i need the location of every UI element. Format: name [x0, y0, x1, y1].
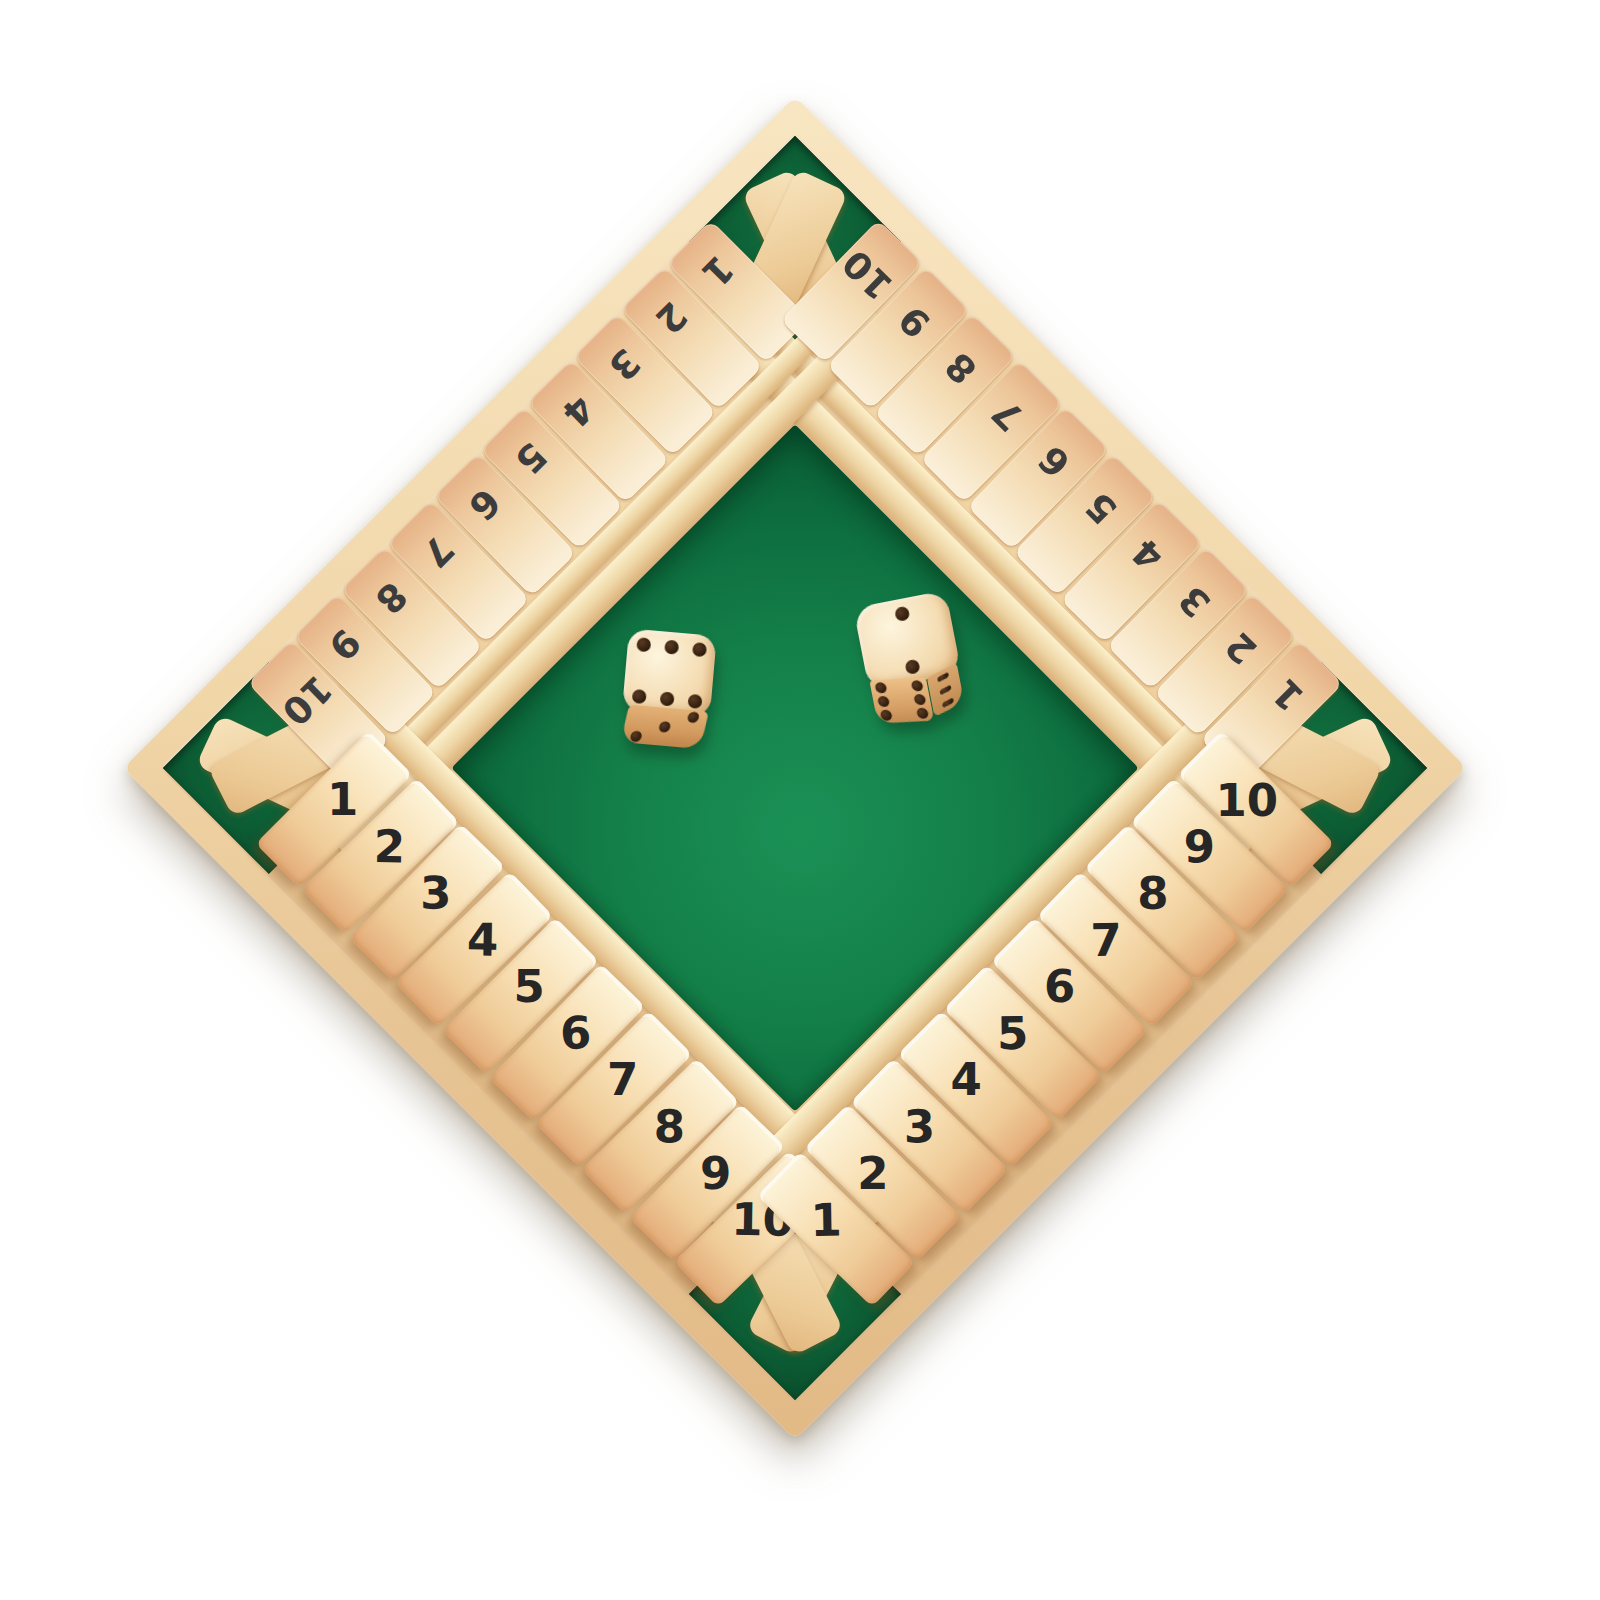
tile-number: 9 [1184, 824, 1216, 870]
die-pip [874, 682, 887, 693]
die-pip [686, 711, 699, 723]
die-pip [942, 697, 954, 708]
tile-number: 1 [1266, 673, 1310, 717]
tile-number: 8 [654, 1104, 686, 1150]
die-pip [631, 689, 646, 704]
tile-number: 7 [607, 1057, 638, 1102]
die-pip [937, 672, 949, 683]
die-pip [660, 692, 675, 707]
die-left-front-face [621, 705, 709, 749]
tile-number: 4 [556, 388, 600, 432]
tile-number: 4 [1126, 532, 1170, 576]
die-pip [916, 708, 929, 719]
die-pip [894, 606, 910, 622]
tile-number: 6 [560, 1010, 592, 1055]
tile-number: 2 [858, 1151, 889, 1196]
tile-number: 10 [1216, 777, 1279, 822]
shut-the-box-board: 12345678910 10987654321 12345678910 1098… [123, 96, 1467, 1440]
die-pip [692, 642, 707, 657]
tile-number: 4 [951, 1057, 982, 1102]
tile-number: 9 [700, 1150, 732, 1195]
die-pip [880, 710, 893, 721]
tile-number: 1 [327, 777, 358, 822]
die-left[interactable] [619, 628, 717, 749]
tile-number: 8 [939, 346, 983, 390]
tile-number: 1 [811, 1197, 843, 1243]
tile-number: 5 [514, 964, 545, 1009]
tile-number: 7 [416, 529, 460, 573]
tile-number: 7 [986, 393, 1030, 437]
die-pip [940, 685, 952, 696]
tile-number: 7 [1091, 917, 1123, 963]
tile-number: 3 [904, 1104, 936, 1150]
die-pip [688, 694, 703, 709]
die-pip [664, 639, 679, 654]
tile-number: 8 [1138, 871, 1169, 916]
die-pip [877, 696, 890, 707]
tile-number: 5 [997, 1011, 1029, 1057]
tile-number: 8 [369, 575, 413, 619]
tile-number: 3 [420, 870, 452, 915]
die-pip [904, 659, 920, 675]
tile-number: 5 [1079, 486, 1123, 530]
tile-number: 4 [467, 917, 499, 963]
die-pip [636, 637, 651, 652]
tile-number: 2 [1219, 626, 1263, 670]
tile-number: 6 [463, 482, 507, 526]
tile-number: 10 [276, 669, 339, 731]
tile-number: 9 [322, 622, 366, 666]
die-pip [913, 694, 926, 705]
tile-number: 6 [1045, 964, 1076, 1009]
tile-number: 5 [509, 435, 553, 479]
tile-number: 3 [1173, 579, 1217, 623]
die-right-front-face [869, 677, 934, 723]
tile-number: 1 [696, 249, 740, 293]
die-pip [911, 680, 924, 691]
tile-number: 9 [893, 299, 937, 343]
die-pip [658, 721, 671, 733]
tile-number: 6 [1033, 439, 1077, 483]
tile-number: 2 [649, 295, 693, 339]
product-photo-scene: 12345678910 10987654321 12345678910 1098… [0, 0, 1600, 1600]
die-pip [630, 731, 643, 743]
tile-number: 3 [602, 342, 646, 386]
tile-number: 10 [837, 243, 900, 305]
tile-number: 2 [374, 824, 406, 870]
